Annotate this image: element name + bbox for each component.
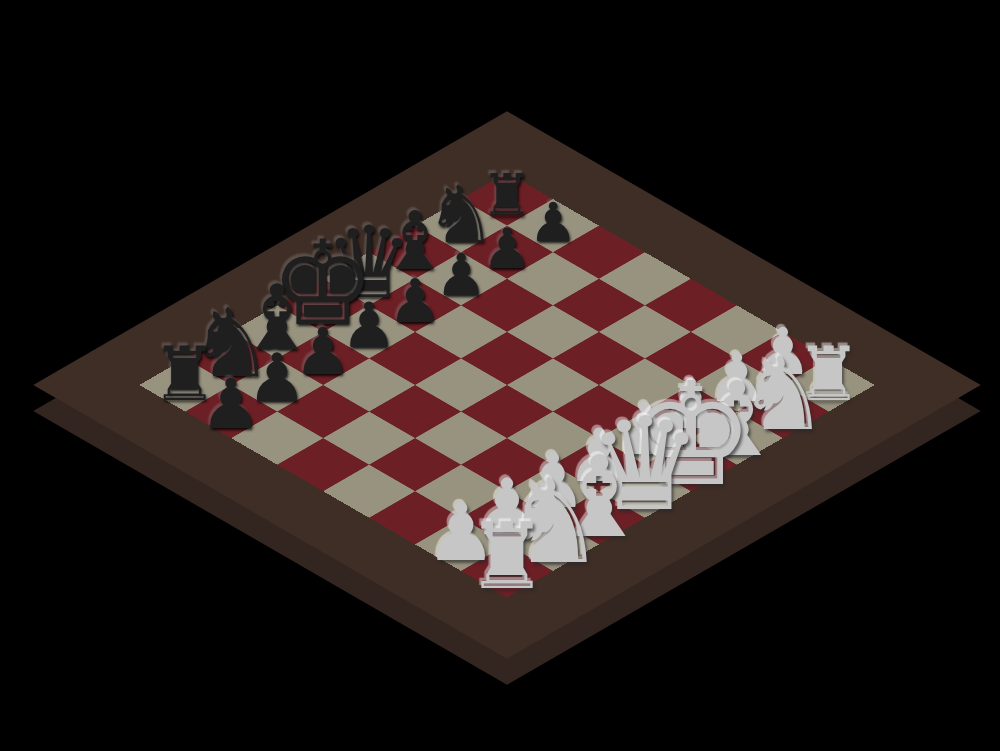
white-rook-a1[interactable]: ♜ (466, 511, 548, 602)
black-pawn-a7[interactable]: ♟ (200, 369, 262, 438)
render-viewport: ♜♞♝♚♛♝♞♜♟♟♟♟♟♟♟♟♟♟♟♟♟♟♟♟♜♞♝♛♚♝♞♜ (0, 0, 1000, 751)
black-pawn-f7[interactable]: ♟ (435, 246, 487, 304)
black-pawn-g7[interactable]: ♟ (482, 221, 532, 277)
black-pawn-h7[interactable]: ♟ (529, 196, 577, 250)
